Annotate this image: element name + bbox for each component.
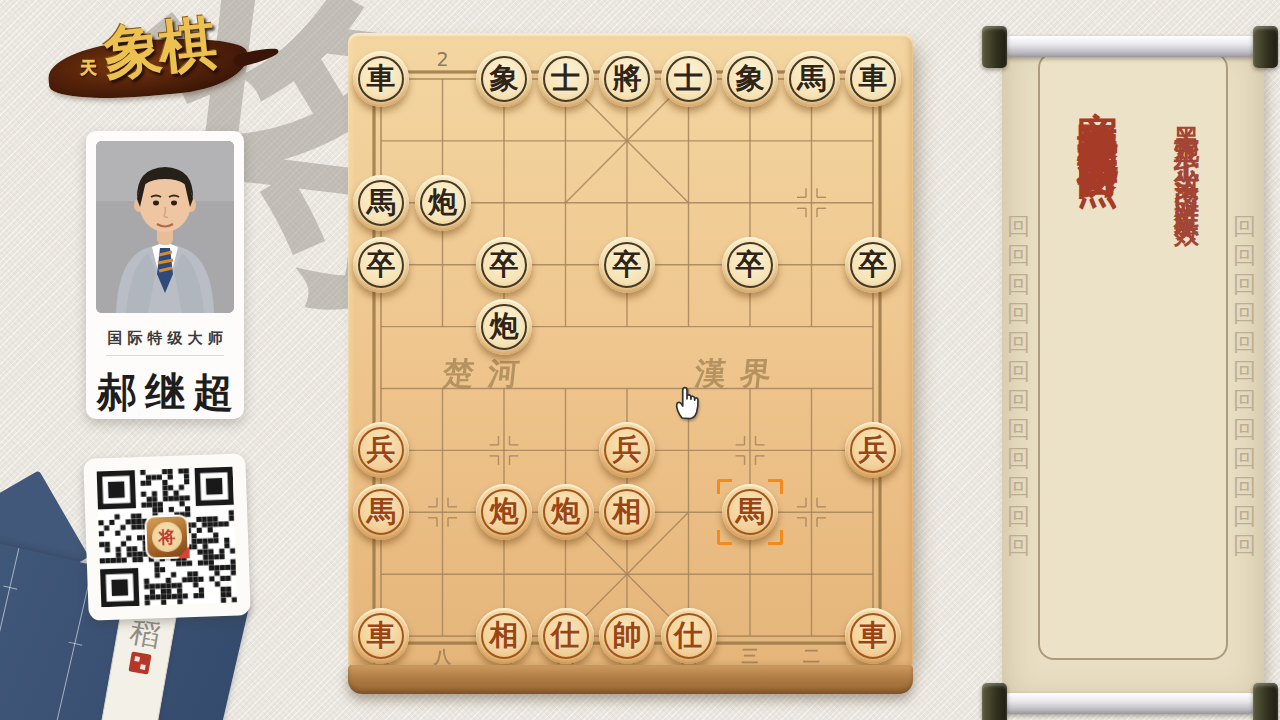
piece-red-king[interactable]: 帥 bbox=[599, 608, 655, 664]
card-divider bbox=[106, 355, 224, 356]
piece-red-cannon[interactable]: 炮 bbox=[538, 484, 594, 540]
scroll-roller-bottom bbox=[986, 691, 1274, 715]
piece-black-horse[interactable]: 馬 bbox=[784, 51, 840, 107]
piece-red-chariot[interactable]: 車 bbox=[353, 608, 409, 664]
piece-red-chariot[interactable]: 車 bbox=[845, 608, 901, 664]
piece-black-elephant[interactable]: 象 bbox=[722, 51, 778, 107]
piece-black-pawn[interactable]: 卒 bbox=[845, 237, 901, 293]
logo-main-text: 象棋 bbox=[100, 4, 218, 93]
last-move-marker bbox=[717, 479, 783, 545]
app-icon: 将 bbox=[144, 514, 190, 560]
app-logo: 天天 象棋 bbox=[48, 10, 278, 110]
piece-black-elephant[interactable]: 象 bbox=[476, 51, 532, 107]
piece-red-elephant[interactable]: 相 bbox=[476, 608, 532, 664]
piece-red-pawn[interactable]: 兵 bbox=[845, 422, 901, 478]
piece-red-pawn[interactable]: 兵 bbox=[599, 422, 655, 478]
master-photo bbox=[96, 141, 234, 313]
piece-black-cannon[interactable]: 炮 bbox=[476, 299, 532, 355]
piece-black-chariot[interactable]: 車 bbox=[353, 51, 409, 107]
piece-black-advisor[interactable]: 士 bbox=[661, 51, 717, 107]
lesson-title: 完美阵型过宫炮的攻防要点 bbox=[1073, 78, 1123, 658]
scroll-border-right: 回回回回回回回回回回回回 bbox=[1231, 48, 1261, 696]
master-name: 郝继超 bbox=[86, 365, 244, 420]
book-red-seal bbox=[128, 651, 151, 674]
piece-red-cannon[interactable]: 炮 bbox=[476, 484, 532, 540]
scroll-inner-panel: 完美阵型过宫炮的攻防要点 黑方炮八平七小当头冷门应对难以奏效 bbox=[1038, 52, 1228, 660]
master-title: 国际特级大师 bbox=[86, 329, 244, 348]
qr-code: 将 bbox=[83, 453, 251, 621]
piece-black-pawn[interactable]: 卒 bbox=[353, 237, 409, 293]
scroll-parchment: 回回回回回回回回回回回回 回回回回回回回回回回回回 完美阵型过宫炮的攻防要点 黑… bbox=[1002, 40, 1264, 704]
piece-black-pawn[interactable]: 卒 bbox=[599, 237, 655, 293]
piece-black-chariot[interactable]: 車 bbox=[845, 51, 901, 107]
xiangqi-board[interactable]: 楚河 漢界 123456789九八七六五四三二一車象士將士象馬車馬炮卒卒卒卒卒炮… bbox=[348, 33, 913, 667]
master-portrait-illustration bbox=[96, 141, 234, 313]
app-icon-ribbon bbox=[177, 546, 189, 558]
piece-black-pawn[interactable]: 卒 bbox=[722, 237, 778, 293]
board-front-edge bbox=[348, 665, 913, 694]
scroll-border-left: 回回回回回回回回回回回回 bbox=[1005, 48, 1035, 696]
file-label-top-2: 2 bbox=[436, 48, 448, 70]
piece-black-king[interactable]: 將 bbox=[599, 51, 655, 107]
piece-black-cannon[interactable]: 炮 bbox=[415, 175, 471, 231]
master-profile-card: 国际特级大师 郝继超 bbox=[86, 131, 244, 419]
piece-black-advisor[interactable]: 士 bbox=[538, 51, 594, 107]
logo-small-text: 天天 bbox=[78, 46, 101, 48]
lesson-subtitle: 黑方炮八平七小当头冷门应对难以奏效 bbox=[1170, 106, 1202, 646]
piece-red-advisor[interactable]: 仕 bbox=[538, 608, 594, 664]
title-scroll: 回回回回回回回回回回回回 回回回回回回回回回回回回 完美阵型过宫炮的攻防要点 黑… bbox=[980, 0, 1280, 720]
cursor-hand-icon bbox=[670, 381, 704, 425]
piece-red-advisor[interactable]: 仕 bbox=[661, 608, 717, 664]
board-grid bbox=[367, 65, 887, 651]
piece-black-pawn[interactable]: 卒 bbox=[476, 237, 532, 293]
scroll-roller-top bbox=[986, 34, 1274, 58]
piece-red-elephant[interactable]: 相 bbox=[599, 484, 655, 540]
piece-red-horse[interactable]: 馬 bbox=[353, 484, 409, 540]
piece-black-horse[interactable]: 馬 bbox=[353, 175, 409, 231]
piece-red-pawn[interactable]: 兵 bbox=[353, 422, 409, 478]
